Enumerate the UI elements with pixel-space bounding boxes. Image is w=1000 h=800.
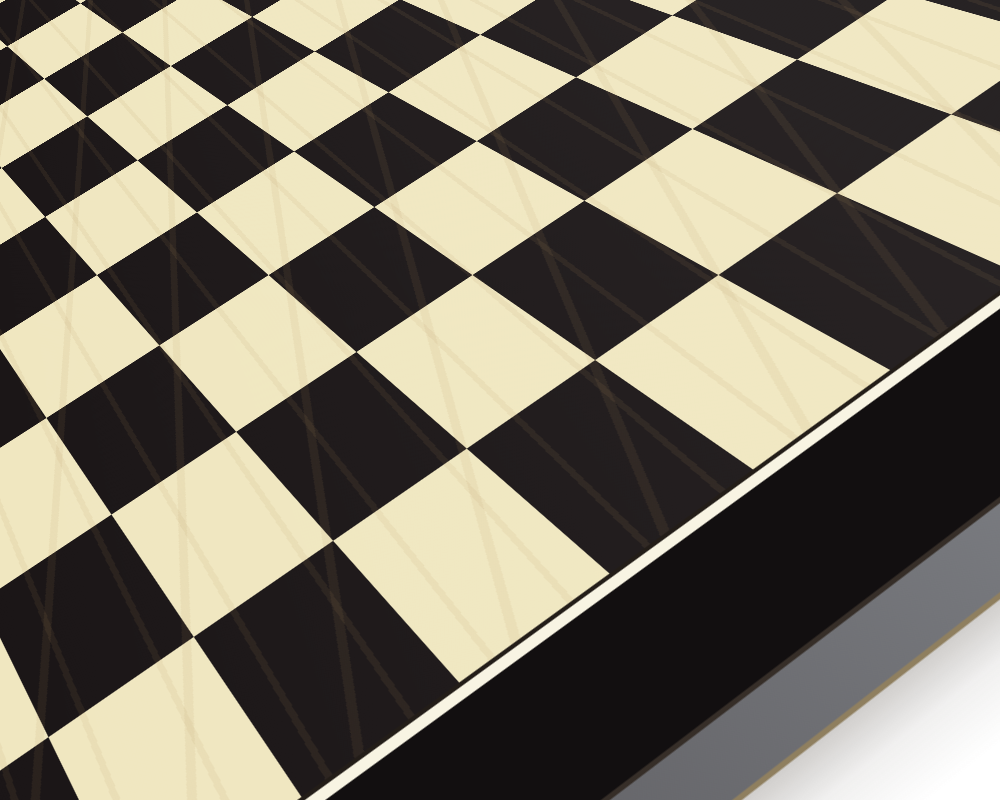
chessboard [0, 0, 1000, 800]
photo-background [0, 0, 1000, 800]
